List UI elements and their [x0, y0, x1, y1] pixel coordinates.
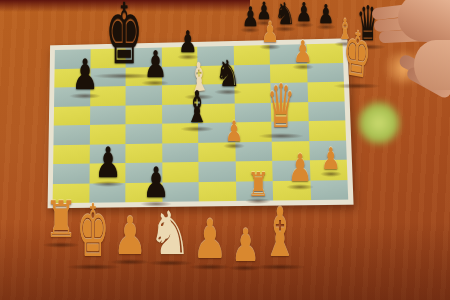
queen-glyph: ♛: [265, 76, 296, 136]
pieces-layer: ♟♟♟♚♟♞♚♝♝♟♛♟♟♜♟♟♟♟♞♟♟♟♝♛♜♚♟♞♟♟♝: [0, 0, 450, 300]
piece-white-queen-g4[interactable]: ♛: [251, 76, 311, 136]
pawn-glyph: ♟: [292, 37, 314, 67]
king-glyph: ♚: [75, 195, 111, 267]
pawn-glyph: ♟: [260, 19, 280, 47]
hand-palm: [414, 40, 450, 90]
pawn-glyph: ♟: [70, 54, 100, 96]
pawn-glyph: ♟: [142, 46, 169, 83]
pawn-glyph: ♟: [93, 142, 123, 184]
pawn-glyph: ♟: [286, 149, 313, 187]
king-glyph: ♚: [340, 21, 374, 88]
bishop-glyph: ♝: [184, 85, 210, 129]
piece-black-pawn-a7[interactable]: ♟: [64, 54, 106, 96]
piece-black-pawn-c7[interactable]: ♟: [137, 46, 174, 83]
pawn-glyph: ♟: [229, 223, 261, 268]
pawn-glyph: ♟: [177, 27, 199, 57]
chess-scene: ♟♟♟♚♟♞♚♝♝♟♛♟♟♜♟♟♟♟♞♟♟♟♝♛♜♚♟♞♟♟♝: [0, 0, 450, 300]
captured-white-king[interactable]: ♚: [57, 195, 129, 267]
piece-white-pawn-e4[interactable]: ♟: [220, 118, 248, 146]
piece-black-pawn-b2[interactable]: ♟: [87, 142, 129, 184]
piece-white-pawn-h3[interactable]: ♟: [316, 144, 346, 174]
pawn-glyph: ♟: [320, 144, 342, 174]
piece-black-pawn-d8[interactable]: ♟: [173, 27, 203, 57]
captured-white-pawn[interactable]: ♟: [256, 19, 284, 47]
pawn-glyph: ♟: [224, 118, 244, 146]
piece-white-pawn-g2[interactable]: ♟: [281, 149, 319, 187]
captured-white-pawn[interactable]: ♟: [223, 223, 268, 268]
piece-black-bishop-d5[interactable]: ♝: [175, 85, 219, 129]
piece-white-pawn-g8[interactable]: ♟: [288, 37, 318, 67]
